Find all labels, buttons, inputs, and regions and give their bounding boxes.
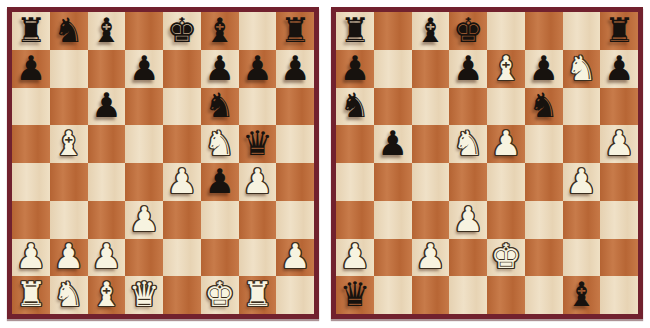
white-knight-f5: ♞: [204, 126, 234, 160]
square-c4: [412, 163, 450, 201]
square-a6: [12, 88, 50, 126]
square-d2: [449, 239, 487, 277]
square-e2: [163, 239, 201, 277]
square-h5: [276, 125, 314, 163]
square-g4: ♟: [563, 163, 601, 201]
square-c1: ♝: [88, 276, 126, 314]
black-rook-a8: ♜: [340, 13, 370, 47]
white-knight-d5: ♞: [453, 126, 483, 160]
square-a7: ♟: [336, 50, 374, 88]
square-h6: [276, 88, 314, 126]
black-bishop-c8: ♝: [415, 13, 445, 47]
square-h7: ♟: [276, 50, 314, 88]
square-d1: [449, 276, 487, 314]
square-g1: ♜: [239, 276, 277, 314]
white-pawn-g4: ♟: [242, 164, 272, 198]
square-h6: [600, 88, 638, 126]
square-f8: [525, 12, 563, 50]
square-c3: [88, 201, 126, 239]
square-d5: ♞: [449, 125, 487, 163]
square-c7: [88, 50, 126, 88]
square-d4: [125, 163, 163, 201]
black-queen-a1: ♛: [340, 277, 370, 311]
square-b2: ♟: [50, 239, 88, 277]
square-g1: ♝: [563, 276, 601, 314]
white-pawn-e4: ♟: [167, 164, 197, 198]
square-c4: [88, 163, 126, 201]
square-a2: ♟: [12, 239, 50, 277]
chess-diagrams-row: ♜♞♝♚♝♜♟♟♟♟♟♟♞♝♞♛♟♟♟♟♟♟♟♟♜♞♝♛♚♜ ♜♝♚♜♟♟♝♟♞…: [0, 0, 650, 319]
square-h2: ♟: [276, 239, 314, 277]
white-knight-b1: ♞: [53, 277, 83, 311]
white-rook-g1: ♜: [242, 277, 272, 311]
square-c5: [412, 125, 450, 163]
white-pawn-c2: ♟: [91, 239, 121, 273]
black-pawn-f4: ♟: [204, 164, 234, 198]
black-rook-h8: ♜: [604, 13, 634, 47]
square-f1: [525, 276, 563, 314]
square-g5: [563, 125, 601, 163]
square-e5: [163, 125, 201, 163]
black-pawn-h7: ♟: [280, 51, 310, 85]
white-pawn-d3: ♟: [129, 202, 159, 236]
black-pawn-d7: ♟: [129, 51, 159, 85]
square-c5: [88, 125, 126, 163]
white-queen-d1: ♛: [129, 277, 159, 311]
black-pawn-c6: ♟: [91, 88, 121, 122]
black-knight-f6: ♞: [528, 88, 558, 122]
square-e2: ♚: [487, 239, 525, 277]
square-h5: ♟: [600, 125, 638, 163]
black-pawn-d7: ♟: [453, 51, 483, 85]
square-h4: [276, 163, 314, 201]
square-a5: [12, 125, 50, 163]
square-f3: [201, 201, 239, 239]
square-g7: ♟: [239, 50, 277, 88]
square-a8: ♜: [12, 12, 50, 50]
white-king-f1: ♚: [204, 277, 234, 311]
square-d8: ♚: [449, 12, 487, 50]
square-f7: ♟: [525, 50, 563, 88]
white-pawn-d3: ♟: [453, 202, 483, 236]
square-b5: ♝: [50, 125, 88, 163]
square-f6: ♞: [201, 88, 239, 126]
white-pawn-h5: ♟: [604, 126, 634, 160]
square-c6: [412, 88, 450, 126]
square-h1: [276, 276, 314, 314]
square-b4: [374, 163, 412, 201]
left-chess-board: ♜♞♝♚♝♜♟♟♟♟♟♟♞♝♞♛♟♟♟♟♟♟♟♟♜♞♝♛♚♜: [7, 7, 319, 319]
white-bishop-b5: ♝: [53, 126, 83, 160]
square-b8: ♞: [50, 12, 88, 50]
square-d6: [449, 88, 487, 126]
square-e6: [487, 88, 525, 126]
white-pawn-h2: ♟: [280, 239, 310, 273]
white-knight-g7: ♞: [566, 51, 596, 85]
square-g3: [239, 201, 277, 239]
black-pawn-a7: ♟: [16, 51, 46, 85]
black-king-e8: ♚: [167, 13, 197, 47]
square-g6: [239, 88, 277, 126]
white-pawn-b2: ♟: [53, 239, 83, 273]
square-a4: [336, 163, 374, 201]
square-e7: [163, 50, 201, 88]
right-chess-board: ♜♝♚♜♟♟♝♟♞♟♞♞♟♞♟♟♟♟♟♟♚♛♝: [331, 7, 643, 319]
square-c3: [412, 201, 450, 239]
square-a5: [336, 125, 374, 163]
square-e8: ♚: [163, 12, 201, 50]
square-b7: [374, 50, 412, 88]
square-a1: ♜: [12, 276, 50, 314]
square-a3: [336, 201, 374, 239]
black-knight-a6: ♞: [340, 88, 370, 122]
square-e8: [487, 12, 525, 50]
square-g2: [563, 239, 601, 277]
black-pawn-f7: ♟: [528, 51, 558, 85]
square-b1: ♞: [50, 276, 88, 314]
square-e1: [487, 276, 525, 314]
square-d3: ♟: [125, 201, 163, 239]
black-pawn-h7: ♟: [604, 51, 634, 85]
square-d1: ♛: [125, 276, 163, 314]
square-f8: ♝: [201, 12, 239, 50]
black-knight-f6: ♞: [204, 88, 234, 122]
square-g4: ♟: [239, 163, 277, 201]
white-pawn-c2: ♟: [415, 239, 445, 273]
square-a6: ♞: [336, 88, 374, 126]
black-knight-b8: ♞: [53, 13, 83, 47]
square-d3: ♟: [449, 201, 487, 239]
square-c6: ♟: [88, 88, 126, 126]
square-c8: ♝: [88, 12, 126, 50]
square-f4: [525, 163, 563, 201]
square-h8: ♜: [600, 12, 638, 50]
square-f2: [525, 239, 563, 277]
white-pawn-a2: ♟: [340, 239, 370, 273]
square-g6: [563, 88, 601, 126]
white-king-e2: ♚: [491, 239, 521, 273]
square-f7: ♟: [201, 50, 239, 88]
square-c8: ♝: [412, 12, 450, 50]
square-d2: [125, 239, 163, 277]
square-f3: [525, 201, 563, 239]
square-c2: ♟: [88, 239, 126, 277]
square-g8: [563, 12, 601, 50]
square-g5: ♛: [239, 125, 277, 163]
square-b5: ♟: [374, 125, 412, 163]
square-e3: [487, 201, 525, 239]
square-e4: [487, 163, 525, 201]
square-c7: [412, 50, 450, 88]
square-h2: [600, 239, 638, 277]
square-f5: [525, 125, 563, 163]
square-h4: [600, 163, 638, 201]
square-b3: [50, 201, 88, 239]
square-e4: ♟: [163, 163, 201, 201]
square-e5: ♟: [487, 125, 525, 163]
square-e1: [163, 276, 201, 314]
square-d7: ♟: [125, 50, 163, 88]
square-h7: ♟: [600, 50, 638, 88]
square-h8: ♜: [276, 12, 314, 50]
square-h3: [600, 201, 638, 239]
square-a2: ♟: [336, 239, 374, 277]
square-b1: [374, 276, 412, 314]
square-f1: ♚: [201, 276, 239, 314]
white-pawn-e5: ♟: [491, 126, 521, 160]
square-g8: [239, 12, 277, 50]
square-d7: ♟: [449, 50, 487, 88]
black-pawn-g7: ♟: [242, 51, 272, 85]
white-rook-a1: ♜: [16, 277, 46, 311]
square-d5: [125, 125, 163, 163]
black-bishop-c8: ♝: [91, 13, 121, 47]
square-e7: ♝: [487, 50, 525, 88]
square-b4: [50, 163, 88, 201]
square-b3: [374, 201, 412, 239]
black-rook-a8: ♜: [16, 13, 46, 47]
square-e6: [163, 88, 201, 126]
square-d8: [125, 12, 163, 50]
square-a3: [12, 201, 50, 239]
square-f6: ♞: [525, 88, 563, 126]
white-pawn-a2: ♟: [16, 239, 46, 273]
square-g2: [239, 239, 277, 277]
square-b6: [374, 88, 412, 126]
white-bishop-e7: ♝: [491, 51, 521, 85]
square-b8: [374, 12, 412, 50]
square-h3: [276, 201, 314, 239]
square-a4: [12, 163, 50, 201]
square-h1: [600, 276, 638, 314]
square-g7: ♞: [563, 50, 601, 88]
square-e3: [163, 201, 201, 239]
black-queen-g5: ♛: [242, 126, 272, 160]
square-f5: ♞: [201, 125, 239, 163]
black-pawn-f7: ♟: [204, 51, 234, 85]
square-c2: ♟: [412, 239, 450, 277]
white-pawn-g4: ♟: [566, 164, 596, 198]
square-f2: [201, 239, 239, 277]
square-f4: ♟: [201, 163, 239, 201]
square-d6: [125, 88, 163, 126]
square-g3: [563, 201, 601, 239]
black-pawn-a7: ♟: [340, 51, 370, 85]
square-a8: ♜: [336, 12, 374, 50]
square-b7: [50, 50, 88, 88]
black-rook-h8: ♜: [280, 13, 310, 47]
square-b6: [50, 88, 88, 126]
square-d4: [449, 163, 487, 201]
square-a7: ♟: [12, 50, 50, 88]
black-bishop-g1: ♝: [566, 277, 596, 311]
black-pawn-b5: ♟: [377, 126, 407, 160]
square-a1: ♛: [336, 276, 374, 314]
white-bishop-c1: ♝: [91, 277, 121, 311]
black-bishop-f8: ♝: [204, 13, 234, 47]
square-b2: [374, 239, 412, 277]
square-c1: [412, 276, 450, 314]
black-king-d8: ♚: [453, 13, 483, 47]
